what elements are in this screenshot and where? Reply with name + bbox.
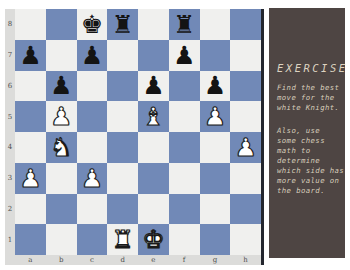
square-h2[interactable] <box>230 194 261 225</box>
exercise-text-line: Find the best <box>277 83 340 93</box>
square-b8[interactable] <box>46 9 77 40</box>
rank-label-1: 1 <box>5 224 15 255</box>
black-pawn-e6[interactable]: ♟ <box>142 73 164 98</box>
exercise-text-line: white Knight. <box>277 103 340 113</box>
rank-label-5: 5 <box>5 101 15 132</box>
square-g5[interactable]: ♟ <box>200 101 231 132</box>
square-d1[interactable]: ♜ <box>107 224 138 255</box>
black-pawn-b6[interactable]: ♟ <box>50 73 72 98</box>
black-pawn-a7[interactable]: ♟ <box>19 43 41 68</box>
square-c5[interactable] <box>77 101 108 132</box>
square-g3[interactable] <box>200 163 231 194</box>
square-b2[interactable] <box>46 194 77 225</box>
square-h5[interactable] <box>230 101 261 132</box>
square-g4[interactable] <box>200 132 231 163</box>
square-e3[interactable] <box>138 163 169 194</box>
rank-label-8: 8 <box>5 9 15 40</box>
square-a7[interactable]: ♟ <box>15 40 46 71</box>
square-f6[interactable] <box>169 71 200 102</box>
square-a2[interactable] <box>15 194 46 225</box>
square-g8[interactable] <box>200 9 231 40</box>
chess-worksheet-page: 87654321 ♚♜♜♟♟♟♟♟♟♟♝♟♞♟♟♟♜♚ abcdefgh EXE… <box>0 0 350 270</box>
square-g2[interactable] <box>200 194 231 225</box>
black-king-c8[interactable]: ♚ <box>81 12 103 37</box>
square-e8[interactable] <box>138 9 169 40</box>
file-label-b: b <box>46 255 77 265</box>
rank-label-2: 2 <box>5 194 15 225</box>
square-a8[interactable] <box>15 9 46 40</box>
rank-label-6: 6 <box>5 71 15 102</box>
square-f8[interactable]: ♜ <box>169 9 200 40</box>
black-pawn-c7[interactable]: ♟ <box>81 43 103 68</box>
white-pawn-a3[interactable]: ♟ <box>19 166 41 191</box>
white-pawn-g5[interactable]: ♟ <box>204 104 226 129</box>
square-f5[interactable] <box>169 101 200 132</box>
black-rook-f8[interactable]: ♜ <box>173 12 195 37</box>
square-h4[interactable]: ♟ <box>230 132 261 163</box>
white-pawn-b5[interactable]: ♟ <box>50 104 72 129</box>
exercise-title: EXERCISE <box>277 62 340 74</box>
square-d2[interactable] <box>107 194 138 225</box>
chess-board[interactable]: ♚♜♜♟♟♟♟♟♟♟♝♟♞♟♟♟♜♚ <box>15 9 261 255</box>
square-b3[interactable] <box>46 163 77 194</box>
square-h8[interactable] <box>230 9 261 40</box>
square-h7[interactable] <box>230 40 261 71</box>
square-d5[interactable] <box>107 101 138 132</box>
square-h6[interactable] <box>230 71 261 102</box>
file-label-a: a <box>15 255 46 265</box>
square-e6[interactable]: ♟ <box>138 71 169 102</box>
rank-label-3: 3 <box>5 163 15 194</box>
square-d8[interactable]: ♜ <box>107 9 138 40</box>
square-c3[interactable]: ♟ <box>77 163 108 194</box>
square-d3[interactable] <box>107 163 138 194</box>
board-right-border <box>261 9 264 265</box>
square-e7[interactable] <box>138 40 169 71</box>
square-e4[interactable] <box>138 132 169 163</box>
square-c4[interactable] <box>77 132 108 163</box>
exercise-text-line: math to <box>277 146 340 156</box>
white-bishop-e5[interactable]: ♝ <box>142 104 164 129</box>
black-pawn-g6[interactable]: ♟ <box>204 73 226 98</box>
label-strip-corner <box>5 255 15 265</box>
square-a1[interactable] <box>15 224 46 255</box>
square-a5[interactable] <box>15 101 46 132</box>
exercise-text-line: more value on <box>277 176 340 186</box>
square-d4[interactable] <box>107 132 138 163</box>
square-c7[interactable]: ♟ <box>77 40 108 71</box>
square-h3[interactable] <box>230 163 261 194</box>
exercise-text-line: some chess <box>277 136 340 146</box>
square-f4[interactable] <box>169 132 200 163</box>
square-b6[interactable]: ♟ <box>46 71 77 102</box>
square-c2[interactable] <box>77 194 108 225</box>
exercise-text-line: which side has <box>277 166 340 176</box>
square-g6[interactable]: ♟ <box>200 71 231 102</box>
file-label-c: c <box>77 255 108 265</box>
paragraph-gap <box>277 113 340 126</box>
white-pawn-c3[interactable]: ♟ <box>81 166 103 191</box>
square-a6[interactable] <box>15 71 46 102</box>
square-b5[interactable]: ♟ <box>46 101 77 132</box>
square-d6[interactable] <box>107 71 138 102</box>
square-d7[interactable] <box>107 40 138 71</box>
rank-label-4: 4 <box>5 132 15 163</box>
exercise-text-line: move for the <box>277 93 340 103</box>
file-label-d: d <box>107 255 138 265</box>
file-label-h: h <box>230 255 261 265</box>
square-b4[interactable]: ♞ <box>46 132 77 163</box>
square-c6[interactable] <box>77 71 108 102</box>
square-f2[interactable] <box>169 194 200 225</box>
exercise-sidebar: EXERCISE Find the best move for the whit… <box>269 8 345 258</box>
square-c8[interactable]: ♚ <box>77 9 108 40</box>
square-g7[interactable] <box>200 40 231 71</box>
exercise-text-line: determine <box>277 156 340 166</box>
square-f3[interactable] <box>169 163 200 194</box>
file-label-e: e <box>138 255 169 265</box>
square-a3[interactable]: ♟ <box>15 163 46 194</box>
square-b7[interactable] <box>46 40 77 71</box>
rank-label-7: 7 <box>5 40 15 71</box>
white-king-e1[interactable]: ♚ <box>142 227 164 252</box>
exercise-text-line: Also, use <box>277 126 340 136</box>
square-c1[interactable] <box>77 224 108 255</box>
square-e2[interactable] <box>138 194 169 225</box>
black-rook-d8[interactable]: ♜ <box>111 12 133 37</box>
rank-labels: 87654321 <box>5 9 15 255</box>
white-pawn-h4[interactable]: ♟ <box>234 135 256 160</box>
square-f7[interactable]: ♟ <box>169 40 200 71</box>
white-rook-d1[interactable]: ♜ <box>111 227 133 252</box>
file-labels: abcdefgh <box>15 255 261 265</box>
square-h1[interactable] <box>230 224 261 255</box>
square-g1[interactable] <box>200 224 231 255</box>
file-label-f: f <box>169 255 200 265</box>
exercise-text-line: the board. <box>277 186 340 196</box>
square-b1[interactable] <box>46 224 77 255</box>
file-label-g: g <box>200 255 231 265</box>
square-e1[interactable]: ♚ <box>138 224 169 255</box>
square-a4[interactable] <box>15 132 46 163</box>
square-e5[interactable]: ♝ <box>138 101 169 132</box>
square-f1[interactable] <box>169 224 200 255</box>
white-knight-b4[interactable]: ♞ <box>50 135 72 160</box>
black-pawn-f7[interactable]: ♟ <box>173 43 195 68</box>
